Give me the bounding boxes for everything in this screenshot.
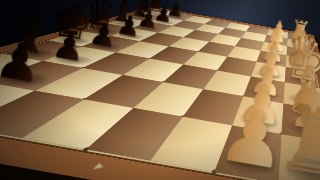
inlay-arrow-icon: ▸ (90, 159, 109, 173)
piece-white-pawn-h2: ♟ (213, 96, 293, 180)
photo-chess-scene: ▸ ▸ ▸ ▸ ♜♟♟♜♞♟♟♞♝♟♟♝♛♟♟♛♚♟♟♚♝♟♟♝♞♟♟♞♜♟♟♜ (0, 0, 320, 180)
chess-board-frame: ▸ ▸ ▸ ▸ ♜♟♟♜♞♟♟♞♝♟♟♝♛♟♟♛♚♟♟♚♝♟♟♝♞♟♟♞♜♟♟♜ (0, 7, 320, 180)
board-3d-stage: ▸ ▸ ▸ ▸ ♜♟♟♜♞♟♟♞♝♟♟♝♛♟♟♛♚♟♟♚♝♟♟♝♞♟♟♞♜♟♟♜ (0, 0, 320, 180)
square-h2: ♟ (214, 125, 281, 180)
board-squares: ♜♟♟♜♞♟♟♞♝♟♟♝♛♟♟♛♚♟♟♚♝♟♟♝♞♟♟♞♜♟♟♜ (0, 9, 320, 180)
piece-black-pawn-f7: ♟ (49, 26, 88, 68)
